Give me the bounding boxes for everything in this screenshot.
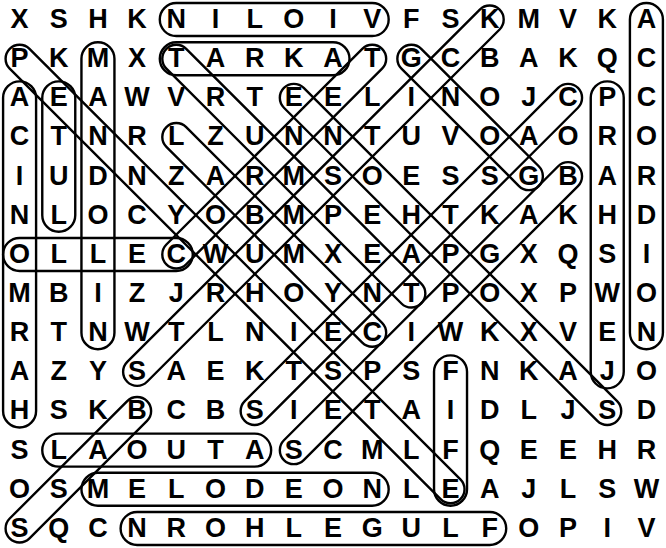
grid-cell[interactable]: C [431,39,470,78]
grid-cell[interactable]: X [509,313,548,352]
grid-cell[interactable]: V [548,313,587,352]
grid-cell[interactable]: O [78,196,117,235]
grid-cell[interactable]: O [627,274,666,313]
grid-cell[interactable]: X [509,274,548,313]
grid-cell[interactable]: U [235,117,274,156]
grid-cell[interactable]: A [0,78,39,117]
grid-cell[interactable]: H [588,196,627,235]
grid-cell[interactable]: T [392,274,431,313]
grid-cell[interactable]: S [392,352,431,391]
grid-cell[interactable]: C [157,391,196,430]
grid-cell[interactable]: V [353,0,392,39]
grid-cell[interactable]: C [118,196,157,235]
grid-cell[interactable]: Y [78,352,117,391]
grid-cell[interactable]: T [196,431,235,470]
grid-cell[interactable]: S [39,470,78,509]
grid-cell[interactable]: L [548,470,587,509]
grid-cell[interactable]: L [431,509,470,548]
grid-cell[interactable]: A [509,196,548,235]
grid-cell[interactable]: O [470,78,509,117]
grid-cell[interactable]: L [392,470,431,509]
grid-cell[interactable]: E [274,78,313,117]
grid-cell[interactable]: S [588,391,627,430]
grid-cell[interactable]: A [196,39,235,78]
grid-cell[interactable]: T [157,313,196,352]
grid-cell[interactable]: M [353,431,392,470]
grid-cell[interactable]: E [39,78,78,117]
grid-cell[interactable]: J [588,352,627,391]
grid-cell[interactable]: N [78,313,117,352]
grid-cell[interactable]: L [353,78,392,117]
grid-cell[interactable]: S [39,0,78,39]
grid-cell[interactable]: C [627,78,666,117]
grid-cell[interactable]: I [196,0,235,39]
grid-cell[interactable]: D [78,157,117,196]
grid-cell[interactable]: W [431,313,470,352]
grid-cell[interactable]: O [470,117,509,156]
grid-cell[interactable]: T [353,117,392,156]
grid-cell[interactable]: V [627,509,666,548]
grid-cell[interactable]: J [157,274,196,313]
grid-cell[interactable]: T [274,352,313,391]
grid-cell[interactable]: B [470,39,509,78]
grid-cell[interactable]: N [470,352,509,391]
grid-cell[interactable]: I [274,313,313,352]
grid-cell[interactable]: N [431,78,470,117]
grid-cell[interactable]: I [627,235,666,274]
grid-cell[interactable]: I [588,509,627,548]
grid-cell[interactable]: L [39,235,78,274]
letter-grid: XSHKNILOIVFSKMVKAPKMXTARKATGCBAKQCAEAWVR… [0,0,666,548]
grid-cell[interactable]: S [313,157,352,196]
grid-cell[interactable]: V [157,78,196,117]
grid-cell[interactable]: B [548,157,587,196]
grid-cell[interactable]: E [509,431,548,470]
grid-cell[interactable]: P [548,274,587,313]
grid-cell[interactable]: C [157,235,196,274]
grid-cell[interactable]: L [392,431,431,470]
grid-cell[interactable]: O [548,117,587,156]
grid-cell[interactable]: I [392,313,431,352]
grid-cell[interactable]: O [313,470,352,509]
grid-cell[interactable]: A [588,157,627,196]
grid-cell[interactable]: C [548,78,587,117]
grid-cell[interactable]: O [274,0,313,39]
grid-cell[interactable]: R [235,157,274,196]
grid-cell[interactable]: M [274,196,313,235]
grid-cell[interactable]: H [235,274,274,313]
grid-cell[interactable]: B [118,391,157,430]
grid-cell[interactable]: K [274,39,313,78]
grid-cell[interactable]: P [548,509,587,548]
grid-cell[interactable]: S [588,470,627,509]
grid-cell[interactable]: K [470,0,509,39]
grid-cell[interactable]: K [509,352,548,391]
grid-cell[interactable]: N [118,509,157,548]
grid-cell[interactable]: E [392,157,431,196]
grid-cell[interactable]: O [196,509,235,548]
grid-cell[interactable]: O [627,117,666,156]
grid-cell[interactable]: T [353,391,392,430]
grid-cell[interactable]: J [509,78,548,117]
grid-cell[interactable]: O [470,274,509,313]
grid-cell[interactable]: O [196,196,235,235]
grid-cell[interactable]: L [509,391,548,430]
grid-cell[interactable]: E [431,470,470,509]
grid-cell[interactable]: E [118,470,157,509]
grid-cell[interactable]: D [627,196,666,235]
grid-cell[interactable]: G [509,157,548,196]
grid-cell[interactable]: H [588,431,627,470]
grid-cell[interactable]: L [157,470,196,509]
grid-cell[interactable]: N [274,117,313,156]
grid-cell[interactable]: M [274,157,313,196]
grid-cell[interactable]: S [39,391,78,430]
grid-cell[interactable]: M [78,39,117,78]
grid-cell[interactable]: I [274,391,313,430]
grid-cell[interactable]: H [235,509,274,548]
grid-cell[interactable]: T [157,39,196,78]
grid-cell[interactable]: F [431,431,470,470]
grid-cell[interactable]: K [470,196,509,235]
grid-cell[interactable]: G [353,509,392,548]
grid-cell[interactable]: M [0,274,39,313]
grid-cell[interactable]: K [78,391,117,430]
grid-cell[interactable]: X [509,235,548,274]
grid-cell[interactable]: E [548,431,587,470]
grid-cell[interactable]: O [0,470,39,509]
grid-cell[interactable]: W [588,274,627,313]
grid-cell[interactable]: H [78,0,117,39]
grid-cell[interactable]: S [588,235,627,274]
grid-cell[interactable]: B [39,274,78,313]
grid-cell[interactable]: B [235,196,274,235]
grid-cell[interactable]: L [274,509,313,548]
grid-cell[interactable]: X [313,235,352,274]
grid-cell[interactable]: I [431,391,470,430]
grid-cell[interactable]: A [0,352,39,391]
grid-cell[interactable]: I [392,78,431,117]
grid-cell[interactable]: R [196,78,235,117]
grid-cell[interactable]: W [196,235,235,274]
grid-cell[interactable]: N [118,157,157,196]
grid-cell[interactable]: U [157,431,196,470]
grid-cell[interactable]: I [0,157,39,196]
grid-cell[interactable]: I [313,0,352,39]
grid-cell[interactable]: K [235,352,274,391]
grid-cell[interactable]: I [78,274,117,313]
grid-cell[interactable]: N [235,313,274,352]
grid-cell[interactable]: C [313,431,352,470]
grid-cell[interactable]: N [313,117,352,156]
grid-cell[interactable]: E [196,352,235,391]
grid-cell[interactable]: J [548,391,587,430]
grid-cell[interactable]: A [509,39,548,78]
grid-cell[interactable]: S [0,431,39,470]
grid-cell[interactable]: G [392,39,431,78]
grid-cell[interactable]: N [353,274,392,313]
grid-cell[interactable]: T [353,39,392,78]
grid-cell[interactable]: A [235,431,274,470]
grid-cell[interactable]: F [431,352,470,391]
grid-cell[interactable]: M [509,0,548,39]
grid-cell[interactable]: N [0,196,39,235]
grid-cell[interactable]: Z [118,274,157,313]
grid-cell[interactable]: E [313,509,352,548]
grid-cell[interactable]: T [39,313,78,352]
grid-cell[interactable]: S [313,352,352,391]
grid-cell[interactable]: L [39,431,78,470]
grid-cell[interactable]: X [0,0,39,39]
grid-cell[interactable]: S [274,431,313,470]
grid-cell[interactable]: E [274,470,313,509]
grid-cell[interactable]: H [0,391,39,430]
grid-cell[interactable]: O [118,431,157,470]
grid-cell[interactable]: N [157,0,196,39]
grid-cell[interactable]: L [39,196,78,235]
grid-cell[interactable]: A [157,352,196,391]
grid-cell[interactable]: O [627,352,666,391]
grid-cell[interactable]: C [353,313,392,352]
grid-cell[interactable]: Z [196,117,235,156]
grid-cell[interactable]: A [313,39,352,78]
grid-cell[interactable]: P [431,274,470,313]
grid-cell[interactable]: S [118,352,157,391]
grid-cell[interactable]: C [78,509,117,548]
grid-cell[interactable]: O [274,274,313,313]
grid-cell[interactable]: L [196,313,235,352]
grid-cell[interactable]: R [627,431,666,470]
grid-cell[interactable]: O [0,235,39,274]
grid-cell[interactable]: R [0,313,39,352]
grid-cell[interactable]: F [470,509,509,548]
grid-cell[interactable]: R [157,509,196,548]
grid-cell[interactable]: P [588,78,627,117]
grid-cell[interactable]: N [353,470,392,509]
grid-cell[interactable]: T [235,78,274,117]
grid-cell[interactable]: R [118,117,157,156]
grid-cell[interactable]: A [509,117,548,156]
grid-cell[interactable]: A [470,470,509,509]
grid-cell[interactable]: A [196,157,235,196]
grid-cell[interactable]: X [118,39,157,78]
grid-cell[interactable]: L [78,235,117,274]
grid-cell[interactable]: B [196,391,235,430]
grid-cell[interactable]: K [470,313,509,352]
grid-cell[interactable]: Y [157,196,196,235]
grid-cell[interactable]: R [588,117,627,156]
grid-cell[interactable]: M [78,470,117,509]
grid-cell[interactable]: E [118,235,157,274]
grid-cell[interactable]: N [627,313,666,352]
grid-cell[interactable]: U [392,509,431,548]
grid-cell[interactable]: K [588,0,627,39]
grid-cell[interactable]: R [235,39,274,78]
grid-cell[interactable]: Z [39,352,78,391]
grid-cell[interactable]: M [274,235,313,274]
grid-cell[interactable]: Z [157,157,196,196]
grid-cell[interactable]: U [392,117,431,156]
grid-cell[interactable]: J [509,470,548,509]
grid-cell[interactable]: N [78,117,117,156]
grid-cell[interactable]: S [470,157,509,196]
grid-cell[interactable]: L [157,117,196,156]
grid-cell[interactable]: T [39,117,78,156]
grid-cell[interactable]: R [196,274,235,313]
grid-cell[interactable]: D [235,470,274,509]
grid-cell[interactable]: G [470,235,509,274]
grid-cell[interactable]: E [353,235,392,274]
grid-cell[interactable]: E [353,196,392,235]
grid-cell[interactable]: Q [548,235,587,274]
grid-cell[interactable]: C [0,117,39,156]
grid-cell[interactable]: F [392,0,431,39]
grid-cell[interactable]: E [313,78,352,117]
grid-cell[interactable]: D [470,391,509,430]
grid-cell[interactable]: K [548,39,587,78]
grid-cell[interactable]: W [118,78,157,117]
grid-cell[interactable]: V [431,117,470,156]
grid-cell[interactable]: S [235,391,274,430]
grid-cell[interactable]: O [509,509,548,548]
grid-cell[interactable]: W [627,470,666,509]
grid-cell[interactable]: A [78,78,117,117]
grid-cell[interactable]: S [0,509,39,548]
grid-cell[interactable]: A [392,391,431,430]
grid-cell[interactable]: T [431,196,470,235]
grid-cell[interactable]: U [235,235,274,274]
grid-cell[interactable]: P [313,196,352,235]
grid-cell[interactable]: A [78,431,117,470]
grid-cell[interactable]: K [118,0,157,39]
grid-cell[interactable]: A [392,235,431,274]
grid-cell[interactable]: V [548,0,587,39]
grid-cell[interactable]: W [118,313,157,352]
grid-cell[interactable]: U [39,157,78,196]
grid-cell[interactable]: A [627,0,666,39]
grid-cell[interactable]: A [548,352,587,391]
grid-cell[interactable]: K [548,196,587,235]
grid-cell[interactable]: E [588,313,627,352]
grid-cell[interactable]: S [431,0,470,39]
grid-cell[interactable]: D [627,391,666,430]
grid-cell[interactable]: C [627,39,666,78]
grid-cell[interactable]: Q [588,39,627,78]
grid-cell[interactable]: O [196,470,235,509]
grid-cell[interactable]: P [353,352,392,391]
grid-cell[interactable]: S [431,157,470,196]
grid-cell[interactable]: Q [470,431,509,470]
grid-cell[interactable]: L [235,0,274,39]
grid-cell[interactable]: Q [39,509,78,548]
grid-cell[interactable]: R [627,157,666,196]
grid-cell[interactable]: Y [313,274,352,313]
grid-cell[interactable]: O [353,157,392,196]
grid-cell[interactable]: E [313,391,352,430]
grid-cell[interactable]: H [392,196,431,235]
grid-cell[interactable]: E [313,313,352,352]
grid-cell[interactable]: P [431,235,470,274]
word-search-board: XSHKNILOIVFSKMVKAPKMXTARKATGCBAKQCAEAWVR… [0,0,666,548]
grid-cell[interactable]: K [39,39,78,78]
grid-cell[interactable]: P [0,39,39,78]
